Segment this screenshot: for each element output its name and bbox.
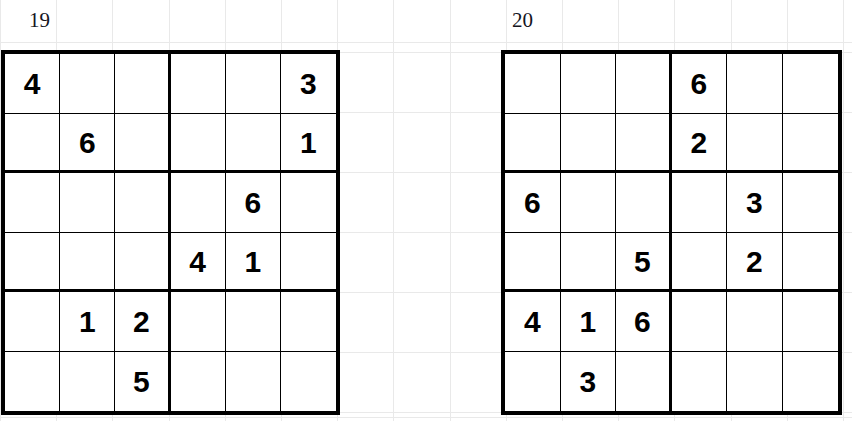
puzzle-19-cell-r5c3: 2 [115,292,170,352]
puzzle-19-cell-r4c2 [60,233,115,293]
puzzle-19-cell-r2c3 [115,114,170,174]
puzzle-19-cell-r3c1 [5,173,60,233]
puzzle-20-cell-r4c6 [783,233,839,293]
puzzle-19-cell-r3c3 [115,173,170,233]
puzzle-19-cell-r5c6 [281,292,336,352]
puzzle-20-cell-r6c3 [616,352,672,412]
puzzle-20-cell-r6c2: 3 [561,352,617,412]
puzzle-20-cell-r3c3 [616,173,672,233]
puzzle-20-cell-r2c1 [505,114,561,174]
puzzle-19-cell-r2c5 [226,114,281,174]
puzzle-19-cell-r4c6 [281,233,336,293]
puzzle-20-cell-r4c2 [561,233,617,293]
puzzle-20-label: 20 [512,9,533,32]
puzzle-19-cell-r6c4 [171,352,226,412]
puzzle-19-grid: 4361641125 [1,50,340,415]
puzzle-19-cell-r5c1 [5,292,60,352]
puzzle-20-cell-r2c2 [561,114,617,174]
sudoku-worksheet: 19 20 4361641125 6263524163 [0,0,852,421]
puzzle-19-cell-r1c2 [60,54,115,114]
puzzle-20-grid: 6263524163 [501,50,842,415]
puzzle-20-cell-r5c2: 1 [561,292,617,352]
puzzle-20-cell-r1c3 [616,54,672,114]
puzzle-20-cell-r1c2 [561,54,617,114]
puzzle-20-cell-r1c6 [783,54,839,114]
puzzle-19-cell-r6c1 [5,352,60,412]
puzzle-19-cell-r2c4 [171,114,226,174]
puzzle-19-cell-r3c4 [171,173,226,233]
puzzle-19-cell-r4c1 [5,233,60,293]
puzzle-20-cell-r2c6 [783,114,839,174]
puzzle-19-cell-r1c5 [226,54,281,114]
puzzle-20-cell-r3c2 [561,173,617,233]
puzzle-20-cell-r3c5: 3 [727,173,783,233]
puzzle-20-cell-r1c1 [505,54,561,114]
puzzle-20-cell-r2c3 [616,114,672,174]
puzzle-19-cell-r1c6: 3 [281,54,336,114]
puzzle-20-cell-r6c1 [505,352,561,412]
puzzle-20-cell-r4c1 [505,233,561,293]
puzzle-20-cell-r6c6 [783,352,839,412]
puzzle-20-cell-r4c5: 2 [727,233,783,293]
puzzle-19-cell-r3c6 [281,173,336,233]
puzzle-20-cell-r5c1: 4 [505,292,561,352]
puzzle-19-cell-r4c5: 1 [226,233,281,293]
background-gridline [0,417,852,418]
puzzle-19-cell-r2c1 [5,114,60,174]
puzzle-19-cell-r5c2: 1 [60,292,115,352]
puzzle-20-cell-r6c5 [727,352,783,412]
puzzle-20-cell-r4c3: 5 [616,233,672,293]
puzzle-19-cell-r5c4 [171,292,226,352]
puzzle-19-cell-r4c4: 4 [171,233,226,293]
puzzle-19-cell-r5c5 [226,292,281,352]
puzzle-20-cell-r2c4: 2 [672,114,728,174]
puzzle-19-cell-r4c3 [115,233,170,293]
puzzle-19-cell-r6c5 [226,352,281,412]
puzzle-19-cell-r2c2: 6 [60,114,115,174]
puzzle-20-cell-r1c5 [727,54,783,114]
puzzle-19-cell-r2c6: 1 [281,114,336,174]
puzzle-20-cell-r5c4 [672,292,728,352]
puzzle-19-cell-r3c2 [60,173,115,233]
puzzle-20-cell-r3c4 [672,173,728,233]
puzzle-19-cell-r1c4 [171,54,226,114]
puzzle-19-cell-r1c3 [115,54,170,114]
background-gridline [0,42,852,43]
puzzle-20-cell-r6c4 [672,352,728,412]
puzzle-20-cell-r1c4: 6 [672,54,728,114]
puzzle-20-cell-r5c6 [783,292,839,352]
puzzle-19-cell-r6c6 [281,352,336,412]
puzzle-20-cell-r3c6 [783,173,839,233]
puzzle-20-cell-r3c1: 6 [505,173,561,233]
puzzle-20-cell-r4c4 [672,233,728,293]
puzzle-20-cell-r2c5 [727,114,783,174]
puzzle-19-cell-r3c5: 6 [226,173,281,233]
puzzle-19-cell-r6c2 [60,352,115,412]
puzzle-19-cell-r1c1: 4 [5,54,60,114]
puzzle-20-cell-r5c5 [727,292,783,352]
puzzle-19-label: 19 [29,9,50,32]
puzzle-20-cell-r5c3: 6 [616,292,672,352]
puzzle-19-cell-r6c3: 5 [115,352,170,412]
